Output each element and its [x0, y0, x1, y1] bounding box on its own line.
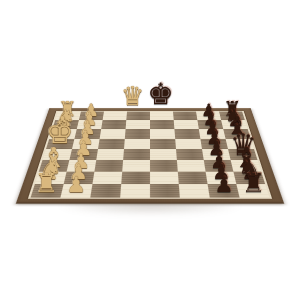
- square-d3: [96, 149, 124, 160]
- square-c7: [204, 160, 234, 172]
- square-c1: [39, 160, 70, 172]
- square-c3: [94, 160, 123, 172]
- square-b2: [64, 172, 95, 185]
- square-h7: [196, 112, 221, 121]
- square-c6: [177, 160, 206, 172]
- square-b3: [92, 172, 122, 185]
- square-f5: [150, 129, 175, 139]
- square-b7: [206, 172, 237, 185]
- square-b5: [150, 172, 179, 185]
- square-d1: [43, 149, 72, 160]
- square-e6: [175, 139, 202, 149]
- square-g7: [197, 120, 223, 129]
- square-e4: [124, 139, 150, 149]
- square-f8: [223, 129, 250, 139]
- square-d7: [202, 149, 231, 160]
- square-h5: [150, 112, 174, 121]
- square-h8: [219, 112, 245, 121]
- square-h6: [173, 112, 197, 121]
- square-b4: [121, 172, 150, 185]
- square-f6: [174, 129, 200, 139]
- square-e3: [98, 139, 125, 149]
- board-squares-grid: [31, 112, 270, 198]
- square-a4: [120, 184, 150, 197]
- square-b1: [35, 172, 67, 185]
- square-c5: [150, 160, 178, 172]
- square-e7: [200, 139, 228, 149]
- product-photo-canvas: ♛♚♜♟♟♜♞♟♟♞♝♟♟♝♟♟♚♛♟♟♝♟♟♝♞♟♟♞♜♟♟♜: [0, 0, 300, 299]
- square-g1: [52, 120, 79, 129]
- square-a1: [31, 184, 64, 197]
- square-e8: [226, 139, 254, 149]
- square-g6: [174, 120, 199, 129]
- perspective-scene: [0, 0, 300, 299]
- square-h4: [126, 112, 150, 121]
- square-c8: [231, 160, 262, 172]
- chess-board: [16, 108, 284, 204]
- square-b6: [178, 172, 208, 185]
- square-d6: [176, 149, 204, 160]
- square-a5: [150, 184, 180, 197]
- square-g4: [126, 120, 150, 129]
- square-a2: [60, 184, 92, 197]
- square-g5: [150, 120, 174, 129]
- square-h3: [103, 112, 127, 121]
- square-f3: [100, 129, 126, 139]
- square-e5: [150, 139, 176, 149]
- square-c2: [67, 160, 97, 172]
- square-d2: [69, 149, 98, 160]
- square-a7: [208, 184, 240, 197]
- square-g3: [101, 120, 126, 129]
- square-a3: [90, 184, 121, 197]
- square-f4: [125, 129, 150, 139]
- square-g2: [77, 120, 103, 129]
- square-e1: [46, 139, 74, 149]
- square-c4: [122, 160, 150, 172]
- square-f7: [199, 129, 226, 139]
- square-h1: [55, 112, 81, 121]
- square-b8: [233, 172, 265, 185]
- square-f1: [49, 129, 76, 139]
- square-a8: [236, 184, 269, 197]
- square-d5: [150, 149, 177, 160]
- square-e2: [72, 139, 100, 149]
- square-d4: [123, 149, 150, 160]
- square-g8: [221, 120, 248, 129]
- square-f2: [74, 129, 101, 139]
- square-h2: [79, 112, 104, 121]
- square-d8: [228, 149, 257, 160]
- square-a6: [179, 184, 210, 197]
